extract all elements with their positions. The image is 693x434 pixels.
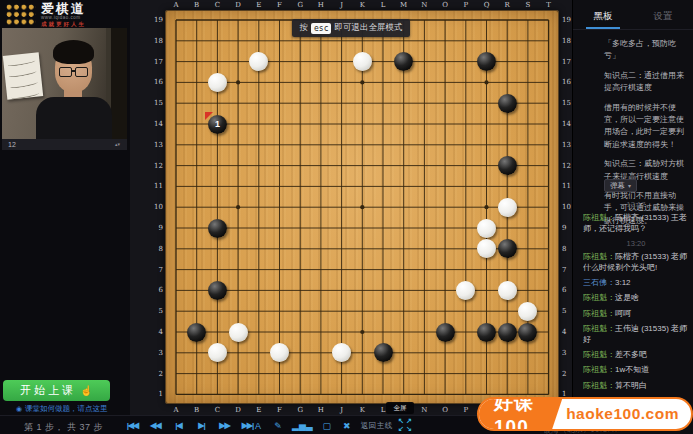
coord-left-1: 1 [147, 390, 163, 398]
webcam-video: ❤ [2, 28, 127, 139]
chat-message: 陈祖魁：算不明白 [583, 381, 689, 392]
coord-left-2: 2 [147, 370, 163, 378]
coord-bottom-B: B [191, 406, 203, 414]
coord-top-T: T [543, 1, 555, 9]
fullscreen-exit-tooltip: 按 esc 即可退出全屏模式 [292, 19, 410, 37]
stone-black-R4 [498, 323, 517, 342]
stone-white-K17 [353, 52, 372, 71]
chat-timestamp: 13:20 [583, 239, 689, 248]
annotation-tools: A✎▂▅▃▢✖返回主线 [252, 416, 393, 434]
back-10-button[interactable]: ◀◀ [147, 421, 164, 430]
watermark-brand: 好课100 [479, 399, 562, 429]
stone-black-R8 [498, 239, 517, 258]
stone-black-S4 [518, 323, 537, 342]
coord-top-G: G [294, 1, 306, 9]
chart-tool[interactable]: ▂▅▃ [292, 421, 313, 431]
first-move-button[interactable]: |◀◀ [124, 421, 141, 430]
coord-top-Q: Q [481, 1, 493, 9]
chat-message: 陈祖魁：这是啥 [583, 293, 689, 304]
glasses [59, 67, 88, 76]
chat-sender: 陈祖魁： [583, 309, 615, 318]
coord-top-J: J [336, 1, 348, 9]
chat-message: 陈祖魁：王伟迪 (31535) 老师好 [583, 324, 689, 346]
coord-top-A: A [170, 1, 182, 9]
help-hint-link[interactable]: ◉ 课堂如何做题，请点这里 [16, 404, 108, 414]
chat-message: 三石佛：3:12 [583, 278, 689, 289]
prev-move-button[interactable]: |◀ [170, 421, 187, 430]
person-torso [36, 97, 112, 139]
stone-black-B4 [187, 323, 206, 342]
coord-bottom-N: N [418, 406, 430, 414]
chat-message: 陈祖魁：1w不知道 [583, 365, 689, 376]
wall-art [3, 52, 43, 100]
chat-timestamp: 13:17 [583, 200, 689, 209]
coord-bottom-G: G [294, 406, 306, 414]
note-line: 知识点二：通过借用来提高行棋速度 [604, 70, 690, 95]
fullscreen-arrow-icon: ↘ [405, 425, 413, 432]
logo-url: www.iqidao.com [41, 16, 86, 21]
chat-list[interactable]: 13:17陈祖魁：陈楷齐 (31533) 王老师，还记得我吗？13:20陈祖魁：… [583, 196, 689, 396]
coord-left-4: 4 [147, 328, 163, 336]
stone-black-Q4 [477, 323, 496, 342]
coord-top-O: O [439, 1, 451, 9]
chat-text: 差不多吧 [615, 350, 647, 359]
note-line: 「多吃多占，预防吃亏」 [604, 38, 690, 63]
coord-left-14: 14 [147, 120, 163, 128]
chat-message: 陈祖魁：呵呵 [583, 309, 689, 320]
chevron-down-icon: ▾ [628, 182, 631, 189]
chat-sender: 陈祖魁： [583, 293, 615, 302]
coord-bottom-F: F [274, 406, 286, 414]
playback-controls: |◀◀◀◀|◀▶|▶▶▶▶| [124, 416, 256, 434]
app-window: 爱棋道 www.iqidao.com 成就更好人生 ❤ 12 ▴▾ 开始上课 ☝… [0, 0, 693, 434]
stone-white-R10 [498, 198, 517, 217]
video-counter-bar[interactable]: 12 ▴▾ [2, 139, 127, 150]
chat-sender: 陈祖魁： [583, 324, 615, 333]
shape-tool[interactable]: ▢ [321, 421, 333, 431]
clear-marks-tool[interactable]: ✖ [341, 421, 353, 431]
logo-title: 爱棋道 [41, 2, 86, 15]
note-line: 借用有的时候并不便宜，所以一定要注意使用场合，此时一定要判断追求速度的得失！ [604, 102, 690, 152]
stone-black-R12 [498, 156, 517, 175]
fullscreen-button[interactable]: ↖↗↙↘ [397, 417, 413, 432]
coord-bottom-A: A [170, 406, 182, 414]
chat-text: 算不明白 [615, 381, 647, 390]
coord-bottom-O: O [439, 406, 451, 414]
coord-top-S: S [522, 1, 534, 9]
logo-tagline: 成就更好人生 [41, 22, 86, 28]
stone-white-D4 [229, 323, 248, 342]
fwd-10-button[interactable]: ▶▶ [216, 421, 233, 430]
coord-top-L: L [377, 1, 389, 9]
text-tool[interactable]: A [252, 421, 264, 431]
coord-left-18: 18 [147, 37, 163, 45]
stone-black-C9 [208, 219, 227, 238]
move-progress: 第 1 步， 共 37 步 [24, 421, 103, 434]
coord-top-P: P [460, 1, 472, 9]
brush-tool[interactable]: ✎ [272, 421, 284, 431]
stone-white-R6 [498, 281, 517, 300]
stone-black-R15 [498, 94, 517, 113]
stone-white-S5 [518, 302, 537, 321]
stone-white-Q9 [477, 219, 496, 238]
go-board[interactable]: 1 [165, 10, 559, 404]
esc-keycap: esc [311, 23, 331, 34]
coord-bottom-P: P [460, 406, 472, 414]
tab-设置[interactable]: 设置 [633, 5, 693, 29]
watermark-domain: haoke100.com [562, 405, 691, 423]
chat-sender: 陈祖魁： [583, 350, 615, 359]
coord-top-R: R [501, 1, 513, 9]
chat-sender: 三石佛： [583, 278, 615, 287]
chat-sender: 陈祖魁： [583, 365, 615, 374]
next-move-button[interactable]: ▶| [193, 421, 210, 430]
stone-black-O4 [436, 323, 455, 342]
coord-bottom-H: H [315, 406, 327, 414]
app-logo: 爱棋道 www.iqidao.com 成就更好人生 [6, 3, 128, 27]
coord-bottom-J: J [336, 406, 348, 414]
coord-left-13: 13 [147, 141, 163, 149]
coord-bottom-D: D [232, 406, 244, 414]
return-mainline-button[interactable]: 返回主线 [361, 421, 393, 431]
coord-left-15: 15 [147, 99, 163, 107]
stone-black-C14: 1 [208, 115, 227, 134]
fullscreen-arrow-icon: ↙ [397, 425, 405, 432]
watermark-badge: 好课100 haoke100.com [477, 397, 693, 431]
move-number-label: 1 [208, 115, 227, 134]
coord-top-F: F [274, 1, 286, 9]
coord-bottom-E: E [253, 406, 265, 414]
chat-text: 1w不知道 [615, 365, 649, 374]
coord-left-9: 9 [147, 224, 163, 232]
coord-left-10: 10 [147, 203, 163, 211]
stepper-arrows-icon[interactable]: ▴▾ [115, 143, 121, 146]
info-icon: ◉ [16, 405, 22, 413]
chat-text: 呵呵 [615, 309, 631, 318]
logo-dots-icon [6, 4, 36, 26]
coord-top-H: H [315, 1, 327, 9]
stone-white-C16 [208, 73, 227, 92]
stone-black-L3 [374, 343, 393, 362]
coord-left-11: 11 [147, 182, 163, 190]
start-class-button[interactable]: 开始上课 ☝ [3, 380, 110, 401]
coord-bottom-C: C [211, 406, 223, 414]
chat-message: 陈祖魁：陈楷齐 (31533) 王老师，还记得我吗？ [583, 213, 689, 235]
fullscreen-arrow-icon: ↖ [397, 417, 405, 424]
coord-bottom-K: K [356, 406, 368, 414]
fullscreen-arrow-icon: ↗ [405, 417, 413, 424]
chat-sender: 陈祖魁： [583, 213, 615, 222]
coord-left-3: 3 [147, 349, 163, 357]
chat-message: 陈祖魁：差不多吧 [583, 350, 689, 361]
coord-left-8: 8 [147, 245, 163, 253]
video-counter: 12 [8, 141, 16, 148]
coord-top-B: B [191, 1, 203, 9]
chat-message: 陈祖魁：陈楷齐 (31533) 老师什么时候剃个光头吧! [583, 252, 689, 274]
coord-top-E: E [253, 1, 265, 9]
coord-top-K: K [356, 1, 368, 9]
coord-left-17: 17 [147, 58, 163, 66]
chat-text: 这是啥 [615, 293, 639, 302]
coord-left-19: 19 [147, 16, 163, 24]
tab-黑板[interactable]: 黑板 [573, 5, 633, 29]
coord-left-16: 16 [147, 78, 163, 86]
danmaku-button[interactable]: 弹幕 ▾ [604, 179, 637, 192]
right-panel: 黑板设置 「多吃多占，预防吃亏」知识点二：通过借用来提高行棋速度借用有的时候并不… [572, 0, 693, 434]
coord-left-12: 12 [147, 162, 163, 170]
coord-left-5: 5 [147, 307, 163, 315]
chat-sender: 陈祖魁： [583, 381, 615, 390]
chat-text: 3:12 [615, 278, 631, 287]
coord-top-N: N [418, 1, 430, 9]
coord-left-7: 7 [147, 266, 163, 274]
coord-top-M: M [398, 1, 410, 9]
coord-left-6: 6 [147, 286, 163, 294]
room-door [111, 28, 127, 139]
coord-top-C: C [211, 1, 223, 9]
coord-top-D: D [232, 1, 244, 9]
chat-sender: 陈祖魁： [583, 252, 615, 261]
stone-black-C6 [208, 281, 227, 300]
fullscreen-tooltip: 全屏 [386, 402, 414, 414]
hand-cursor-icon: ☝ [80, 385, 92, 396]
panel-tabs: 黑板设置 [573, 5, 693, 30]
stone-black-Q17 [477, 52, 496, 71]
